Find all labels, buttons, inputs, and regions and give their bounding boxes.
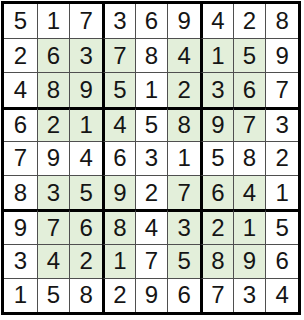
cell-r1c7[interactable]: 4 [200,4,233,38]
cell-r7c5[interactable]: 4 [135,209,168,243]
cell-r6c1[interactable]: 8 [4,175,37,209]
cell-r1c9[interactable]: 8 [265,4,298,38]
cell-r1c5[interactable]: 6 [135,4,168,38]
cell-r4c3[interactable]: 1 [69,107,102,141]
cell-r5c1[interactable]: 7 [4,141,37,175]
cell-r1c1[interactable]: 5 [4,4,37,38]
cell-r3c1[interactable]: 4 [4,72,37,106]
sudoku-board: 5173694282637841594895123676214589737946… [1,1,301,315]
cell-r7c4[interactable]: 8 [102,209,135,243]
cell-r3c7[interactable]: 3 [200,72,233,106]
cell-r7c1[interactable]: 9 [4,209,37,243]
cell-r3c5[interactable]: 1 [135,72,168,106]
cell-r6c6[interactable]: 7 [167,175,200,209]
cell-r8c8[interactable]: 9 [233,244,266,278]
cell-r8c6[interactable]: 5 [167,244,200,278]
cell-r2c1[interactable]: 2 [4,38,37,72]
cell-r2c2[interactable]: 6 [37,38,70,72]
cell-r9c3[interactable]: 8 [69,278,102,312]
cell-r9c7[interactable]: 7 [200,278,233,312]
cell-r1c4[interactable]: 3 [102,4,135,38]
cell-r4c7[interactable]: 9 [200,107,233,141]
cell-r7c7[interactable]: 2 [200,209,233,243]
cell-r4c6[interactable]: 8 [167,107,200,141]
cell-r3c3[interactable]: 9 [69,72,102,106]
cell-r8c9[interactable]: 6 [265,244,298,278]
cell-r6c4[interactable]: 9 [102,175,135,209]
cell-r6c2[interactable]: 3 [37,175,70,209]
cell-r5c8[interactable]: 8 [233,141,266,175]
sudoku-page: 5173694282637841594895123676214589737946… [0,0,304,320]
cell-r7c8[interactable]: 1 [233,209,266,243]
cell-r4c4[interactable]: 4 [102,107,135,141]
cell-r6c3[interactable]: 5 [69,175,102,209]
cell-r8c4[interactable]: 1 [102,244,135,278]
cell-r2c6[interactable]: 4 [167,38,200,72]
cell-r4c5[interactable]: 5 [135,107,168,141]
cell-r8c5[interactable]: 7 [135,244,168,278]
cell-r7c9[interactable]: 5 [265,209,298,243]
cell-r5c5[interactable]: 3 [135,141,168,175]
cell-r5c2[interactable]: 9 [37,141,70,175]
cell-r9c1[interactable]: 1 [4,278,37,312]
cell-r2c8[interactable]: 5 [233,38,266,72]
cell-r2c4[interactable]: 7 [102,38,135,72]
cell-r7c6[interactable]: 3 [167,209,200,243]
cell-r4c1[interactable]: 6 [4,107,37,141]
cell-r9c6[interactable]: 6 [167,278,200,312]
cell-r5c9[interactable]: 2 [265,141,298,175]
cell-r8c3[interactable]: 2 [69,244,102,278]
cell-r5c6[interactable]: 1 [167,141,200,175]
cell-r6c9[interactable]: 1 [265,175,298,209]
cell-r5c7[interactable]: 5 [200,141,233,175]
cell-r5c4[interactable]: 6 [102,141,135,175]
cell-r4c9[interactable]: 3 [265,107,298,141]
cell-r3c8[interactable]: 6 [233,72,266,106]
cell-r3c2[interactable]: 8 [37,72,70,106]
cell-r6c8[interactable]: 4 [233,175,266,209]
cell-r2c9[interactable]: 9 [265,38,298,72]
cell-r9c9[interactable]: 4 [265,278,298,312]
cell-r7c3[interactable]: 6 [69,209,102,243]
cell-r6c7[interactable]: 6 [200,175,233,209]
cell-r2c3[interactable]: 3 [69,38,102,72]
cell-r9c5[interactable]: 9 [135,278,168,312]
cell-r6c5[interactable]: 2 [135,175,168,209]
cell-r1c3[interactable]: 7 [69,4,102,38]
cell-r3c9[interactable]: 7 [265,72,298,106]
cell-r8c7[interactable]: 8 [200,244,233,278]
cell-r3c4[interactable]: 5 [102,72,135,106]
cell-r5c3[interactable]: 4 [69,141,102,175]
cell-r9c4[interactable]: 2 [102,278,135,312]
cell-r2c5[interactable]: 8 [135,38,168,72]
cell-r1c2[interactable]: 1 [37,4,70,38]
cell-r2c7[interactable]: 1 [200,38,233,72]
cell-r7c2[interactable]: 7 [37,209,70,243]
cell-r3c6[interactable]: 2 [167,72,200,106]
cell-r4c8[interactable]: 7 [233,107,266,141]
cell-r8c2[interactable]: 4 [37,244,70,278]
cell-r1c6[interactable]: 9 [167,4,200,38]
cell-r9c2[interactable]: 5 [37,278,70,312]
cell-r9c8[interactable]: 3 [233,278,266,312]
cell-r8c1[interactable]: 3 [4,244,37,278]
cell-r1c8[interactable]: 2 [233,4,266,38]
cell-r4c2[interactable]: 2 [37,107,70,141]
